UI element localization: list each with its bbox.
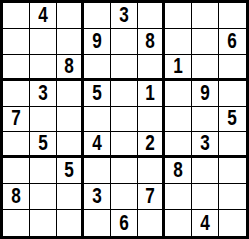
cell-r7c4[interactable] (84, 158, 111, 184)
cell-r4c6[interactable]: 1 (138, 81, 165, 107)
cell-r8c9[interactable] (219, 184, 246, 210)
cell-r4c3[interactable] (57, 81, 84, 107)
cell-r7c1[interactable] (3, 158, 30, 184)
cell-r4c5[interactable] (111, 81, 138, 107)
given-digit: 8 (64, 55, 74, 78)
cell-r7c6[interactable] (138, 158, 165, 184)
cell-r7c5[interactable] (111, 158, 138, 184)
cell-r8c8[interactable] (192, 184, 219, 210)
cell-r7c8[interactable] (192, 158, 219, 184)
given-digit: 5 (64, 159, 74, 182)
cell-r5c1[interactable]: 7 (3, 107, 30, 133)
cell-r4c4[interactable]: 5 (84, 81, 111, 107)
cell-r1c9[interactable] (219, 3, 246, 29)
cell-r4c2[interactable]: 3 (30, 81, 57, 107)
cell-r5c4[interactable] (84, 107, 111, 133)
cell-r3c5[interactable] (111, 55, 138, 81)
cell-r1c7[interactable] (165, 3, 192, 29)
cell-r2c9[interactable]: 6 (219, 29, 246, 55)
cell-r5c3[interactable] (57, 107, 84, 133)
given-digit: 5 (38, 132, 48, 155)
cell-r7c3[interactable]: 5 (57, 158, 84, 184)
cell-r6c9[interactable] (219, 132, 246, 158)
cell-r1c6[interactable] (138, 3, 165, 29)
given-digit: 6 (119, 212, 129, 235)
cell-r1c2[interactable]: 4 (30, 3, 57, 29)
cell-r9c9[interactable] (219, 210, 246, 236)
cell-r8c1[interactable]: 8 (3, 184, 30, 210)
cell-r5c2[interactable] (30, 107, 57, 133)
cell-r2c8[interactable] (192, 29, 219, 55)
given-digit: 4 (92, 132, 102, 155)
cell-r3c1[interactable] (3, 55, 30, 81)
cell-r8c7[interactable] (165, 184, 192, 210)
cell-r2c1[interactable] (3, 29, 30, 55)
given-digit: 5 (228, 107, 238, 130)
given-digit: 5 (92, 82, 102, 105)
cell-r9c5[interactable]: 6 (111, 210, 138, 236)
cell-r3c7[interactable]: 1 (165, 55, 192, 81)
cell-r2c2[interactable] (30, 29, 57, 55)
cell-r8c4[interactable]: 3 (84, 184, 111, 210)
cell-r3c3[interactable]: 8 (57, 55, 84, 81)
cell-r6c5[interactable] (111, 132, 138, 158)
cell-r1c1[interactable] (3, 3, 30, 29)
cell-r9c1[interactable] (3, 210, 30, 236)
given-digit: 4 (200, 212, 210, 235)
given-digit: 8 (145, 30, 155, 53)
cell-r3c2[interactable] (30, 55, 57, 81)
cell-r5c9[interactable]: 5 (219, 107, 246, 133)
given-digit: 7 (145, 185, 155, 208)
given-digit: 4 (38, 4, 48, 27)
cell-r5c7[interactable] (165, 107, 192, 133)
sudoku-board: 439868135197554235883764 (0, 0, 249, 239)
given-digit: 3 (200, 132, 210, 155)
given-digit: 3 (119, 4, 129, 27)
cell-r1c8[interactable] (192, 3, 219, 29)
cell-r1c3[interactable] (57, 3, 84, 29)
cell-r6c6[interactable]: 2 (138, 132, 165, 158)
cell-r8c6[interactable]: 7 (138, 184, 165, 210)
given-digit: 9 (92, 30, 102, 53)
cell-r9c4[interactable] (84, 210, 111, 236)
given-digit: 9 (200, 82, 210, 105)
cell-r2c6[interactable]: 8 (138, 29, 165, 55)
cell-r4c8[interactable]: 9 (192, 81, 219, 107)
cell-r6c1[interactable] (3, 132, 30, 158)
cell-r6c4[interactable]: 4 (84, 132, 111, 158)
cell-r6c2[interactable]: 5 (30, 132, 57, 158)
cell-r3c8[interactable] (192, 55, 219, 81)
cell-r7c9[interactable] (219, 158, 246, 184)
cell-r9c8[interactable]: 4 (192, 210, 219, 236)
given-digit: 8 (11, 185, 21, 208)
cell-r8c2[interactable] (30, 184, 57, 210)
given-digit: 1 (173, 55, 183, 78)
cell-r9c2[interactable] (30, 210, 57, 236)
given-digit: 7 (11, 107, 21, 130)
cell-r6c8[interactable]: 3 (192, 132, 219, 158)
given-digit: 3 (38, 82, 48, 105)
cell-r6c3[interactable] (57, 132, 84, 158)
cell-r5c6[interactable] (138, 107, 165, 133)
cell-r3c9[interactable] (219, 55, 246, 81)
cell-r8c5[interactable] (111, 184, 138, 210)
given-digit: 3 (92, 185, 102, 208)
cell-r2c3[interactable] (57, 29, 84, 55)
given-digit: 1 (145, 82, 155, 105)
cell-r9c6[interactable] (138, 210, 165, 236)
cell-r4c7[interactable] (165, 81, 192, 107)
cell-r7c2[interactable] (30, 158, 57, 184)
cell-r2c4[interactable]: 9 (84, 29, 111, 55)
cell-r9c7[interactable] (165, 210, 192, 236)
cell-r1c5[interactable]: 3 (111, 3, 138, 29)
cell-r4c9[interactable] (219, 81, 246, 107)
cell-r4c1[interactable] (3, 81, 30, 107)
given-digit: 6 (228, 30, 238, 53)
cell-r7c7[interactable]: 8 (165, 158, 192, 184)
cell-r1c4[interactable] (84, 3, 111, 29)
cell-r3c6[interactable] (138, 55, 165, 81)
cell-r3c4[interactable] (84, 55, 111, 81)
cell-r2c7[interactable] (165, 29, 192, 55)
given-digit: 8 (173, 159, 183, 182)
given-digit: 2 (145, 132, 155, 155)
cell-r5c5[interactable] (111, 107, 138, 133)
cell-r5c8[interactable] (192, 107, 219, 133)
cell-r9c3[interactable] (57, 210, 84, 236)
cell-r6c7[interactable] (165, 132, 192, 158)
cell-r8c3[interactable] (57, 184, 84, 210)
cell-r2c5[interactable] (111, 29, 138, 55)
